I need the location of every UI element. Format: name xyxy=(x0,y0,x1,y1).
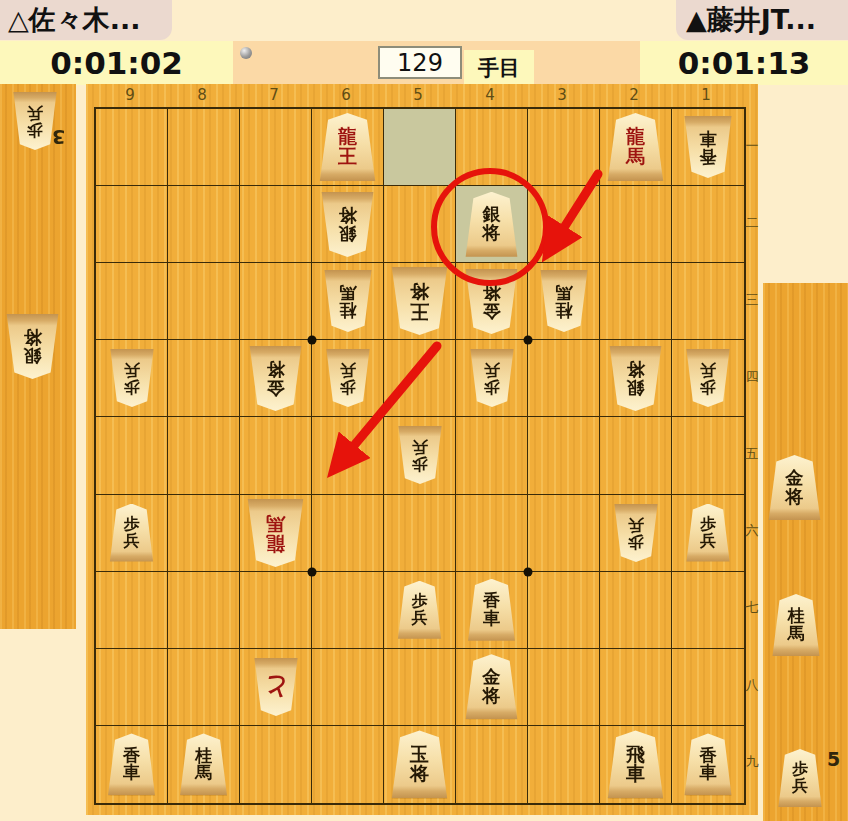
rank-label: 五 xyxy=(742,445,762,463)
file-labels: 987654321 xyxy=(94,86,742,106)
piece-kanji: 将 xyxy=(627,360,645,379)
gote-clock: 0:01:02 xyxy=(0,41,233,85)
board-cell-6-3[interactable]: 桂馬 xyxy=(312,263,384,340)
rank-label: 二 xyxy=(742,214,762,232)
board-cell-2-9[interactable]: 飛車 xyxy=(600,726,672,803)
file-label: 5 xyxy=(398,86,438,104)
board-cell-5-7[interactable]: 歩兵 xyxy=(384,572,456,649)
file-label: 8 xyxy=(182,86,222,104)
shogi-piece[interactable]: 飛車 xyxy=(606,730,665,798)
board-cell-8-6[interactable] xyxy=(168,495,240,572)
shogi-piece[interactable]: 桂馬 xyxy=(323,270,373,332)
board-cell-1-5[interactable] xyxy=(672,417,744,494)
piece-kanji: 将 xyxy=(267,360,285,379)
piece-kanji: 歩 xyxy=(700,378,716,395)
sente-nameplate[interactable]: ▲藤井JT... xyxy=(676,0,848,40)
piece-kanji: 車 xyxy=(123,764,140,782)
piece-kanji: 歩 xyxy=(124,378,140,395)
board-cell-4-1[interactable] xyxy=(456,109,528,186)
move-number-label: 手目 xyxy=(464,50,534,85)
piece-kanji: 車 xyxy=(700,764,717,782)
shogi-piece[interactable]: 歩兵 xyxy=(685,349,731,407)
file-label: 9 xyxy=(110,86,150,104)
piece-kanji: と xyxy=(263,674,289,700)
rank-label: 四 xyxy=(742,368,762,386)
star-point xyxy=(524,567,533,576)
board-cell-2-7[interactable] xyxy=(600,572,672,649)
piece-kanji: 金 xyxy=(483,301,501,320)
piece-kanji: 車 xyxy=(626,764,645,784)
piece-kanji: 香 xyxy=(700,147,717,165)
board-cell-7-4[interactable]: 金将 xyxy=(240,340,312,417)
board-cell-8-2[interactable] xyxy=(168,186,240,263)
board-cell-5-6[interactable] xyxy=(384,495,456,572)
board-cell-1-9[interactable]: 香車 xyxy=(672,726,744,803)
piece-kanji: 兵 xyxy=(27,104,43,121)
piece-kanji: 王 xyxy=(410,301,429,321)
board-cell-1-3[interactable] xyxy=(672,263,744,340)
board-cell-2-5[interactable] xyxy=(600,417,672,494)
board-cell-7-1[interactable] xyxy=(240,109,312,186)
board-cell-3-1[interactable] xyxy=(528,109,600,186)
rank-label: 六 xyxy=(742,522,762,540)
board-cell-4-6[interactable] xyxy=(456,495,528,572)
sente-clock: 0:01:13 xyxy=(640,41,848,85)
board-cell-8-7[interactable] xyxy=(168,572,240,649)
board-cell-4-2[interactable]: 銀将 xyxy=(456,186,528,263)
shogi-piece[interactable]: 歩兵 xyxy=(109,349,155,407)
board-cell-5-8[interactable] xyxy=(384,649,456,726)
star-point xyxy=(524,336,533,345)
board-cell-8-3[interactable] xyxy=(168,263,240,340)
board-cell-9-3[interactable] xyxy=(96,263,168,340)
piece-kanji: 金 xyxy=(786,469,804,488)
board-cell-2-1[interactable]: 龍馬 xyxy=(600,109,672,186)
rank-label: 八 xyxy=(742,676,762,694)
board-cell-1-6[interactable]: 歩兵 xyxy=(672,495,744,572)
piece-kanji: 兵 xyxy=(700,362,716,379)
board-cell-2-8[interactable] xyxy=(600,649,672,726)
turn-indicator-icon xyxy=(240,47,252,59)
shogi-board: 987654321 龍王龍馬香車銀将銀将桂馬王将金将桂馬歩兵金将歩兵歩兵銀将歩兵… xyxy=(86,84,758,815)
shogi-piece[interactable]: 銀将 xyxy=(608,346,663,411)
piece-kanji: 歩 xyxy=(27,121,43,138)
piece-kanji: 車 xyxy=(700,129,717,147)
file-label: 2 xyxy=(614,86,654,104)
board-cell-9-7[interactable] xyxy=(96,572,168,649)
rank-labels: 一二三四五六七八九 xyxy=(742,107,762,801)
piece-kanji: 金 xyxy=(267,378,285,397)
board-cell-3-6[interactable] xyxy=(528,495,600,572)
shogi-piece[interactable]: 銀将 xyxy=(464,192,519,257)
piece-kanji: 兵 xyxy=(124,362,140,379)
shogi-piece[interactable]: 金将 xyxy=(248,346,303,411)
piece-kanji: 馬 xyxy=(339,284,356,302)
shogi-piece[interactable]: 歩兵 xyxy=(109,504,155,562)
board-cell-3-5[interactable] xyxy=(528,417,600,494)
piece-kanji: 将 xyxy=(483,224,501,243)
shogi-piece[interactable]: 歩兵 xyxy=(325,349,371,407)
shogi-piece[interactable]: と xyxy=(253,658,299,716)
piece-kanji: 銀 xyxy=(627,378,645,397)
board-cell-9-6[interactable]: 歩兵 xyxy=(96,495,168,572)
board-cell-9-2[interactable] xyxy=(96,186,168,263)
piece-kanji: 馬 xyxy=(266,513,285,533)
board-cell-6-4[interactable]: 歩兵 xyxy=(312,340,384,417)
clock-strip: 0:01:02 129 手目 0:01:13 xyxy=(0,41,848,85)
piece-kanji: 兵 xyxy=(792,778,808,795)
board-cell-5-2[interactable] xyxy=(384,186,456,263)
file-label: 6 xyxy=(326,86,366,104)
piece-kanji: 将 xyxy=(410,764,429,784)
board-cell-1-1[interactable]: 香車 xyxy=(672,109,744,186)
board-cell-2-3[interactable] xyxy=(600,263,672,340)
board-cell-8-9[interactable]: 桂馬 xyxy=(168,726,240,803)
shogi-piece[interactable]: 玉将 xyxy=(390,730,449,798)
piece-kanji: 車 xyxy=(483,610,500,628)
shogi-app: △佐々木... ▲藤井JT... 0:01:02 129 手目 0:01:13 … xyxy=(0,0,848,821)
board-cell-6-7[interactable] xyxy=(312,572,384,649)
star-point xyxy=(308,567,317,576)
shogi-piece[interactable]: 歩兵 xyxy=(613,504,659,562)
hand-piece[interactable]: 金将 xyxy=(767,455,822,520)
shogi-piece[interactable]: 香車 xyxy=(467,579,517,641)
piece-kanji: 桂 xyxy=(555,301,572,319)
piece-kanji: 馬 xyxy=(195,764,212,782)
gote-name: △佐々木... xyxy=(8,2,141,38)
board-cell-9-5[interactable] xyxy=(96,417,168,494)
hand-piece-count: 5 xyxy=(827,748,840,770)
board-cell-2-2[interactable] xyxy=(600,186,672,263)
piece-kanji: 兵 xyxy=(700,533,716,550)
board-cell-6-8[interactable] xyxy=(312,649,384,726)
hand-piece[interactable]: 銀将 xyxy=(5,314,60,379)
board-cell-9-8[interactable] xyxy=(96,649,168,726)
board-cell-2-6[interactable]: 歩兵 xyxy=(600,495,672,572)
shogi-piece[interactable]: 桂馬 xyxy=(539,270,589,332)
move-number-box[interactable]: 129 xyxy=(378,46,462,79)
board-cell-3-7[interactable] xyxy=(528,572,600,649)
shogi-piece[interactable]: 歩兵 xyxy=(469,349,515,407)
board-cell-7-2[interactable] xyxy=(240,186,312,263)
board-cell-7-5[interactable] xyxy=(240,417,312,494)
shogi-piece[interactable]: 龍王 xyxy=(318,113,377,181)
shogi-piece[interactable]: 香車 xyxy=(683,116,733,178)
board-cell-3-4[interactable] xyxy=(528,340,600,417)
file-label: 1 xyxy=(686,86,726,104)
board-cell-6-2[interactable]: 銀将 xyxy=(312,186,384,263)
board-cell-6-9[interactable] xyxy=(312,726,384,803)
piece-kanji: 歩 xyxy=(484,378,500,395)
board-cell-2-4[interactable]: 銀将 xyxy=(600,340,672,417)
shogi-piece[interactable]: 香車 xyxy=(683,733,733,795)
shogi-piece[interactable]: 歩兵 xyxy=(397,426,443,484)
board-cell-7-9[interactable] xyxy=(240,726,312,803)
piece-kanji: 将 xyxy=(339,205,357,224)
board-cell-3-8[interactable] xyxy=(528,649,600,726)
board-cell-9-9[interactable]: 香車 xyxy=(96,726,168,803)
piece-kanji: 将 xyxy=(483,283,501,302)
board-cell-5-4[interactable] xyxy=(384,340,456,417)
shogi-piece[interactable]: 金将 xyxy=(464,269,519,334)
board-cell-6-5[interactable] xyxy=(312,417,384,494)
board-cell-8-4[interactable] xyxy=(168,340,240,417)
gote-nameplate[interactable]: △佐々木... xyxy=(0,0,172,40)
piece-kanji: 龍 xyxy=(266,533,285,553)
piece-kanji: 兵 xyxy=(484,362,500,379)
board-cell-5-9[interactable]: 玉将 xyxy=(384,726,456,803)
board-cell-5-3[interactable]: 王将 xyxy=(384,263,456,340)
piece-kanji: 歩 xyxy=(340,378,356,395)
shogi-piece[interactable]: 王将 xyxy=(390,267,449,335)
file-label: 7 xyxy=(254,86,294,104)
rank-label: 九 xyxy=(742,753,762,771)
shogi-piece[interactable]: 銀将 xyxy=(320,192,375,257)
piece-kanji: 馬 xyxy=(555,284,572,302)
board-cell-9-1[interactable] xyxy=(96,109,168,186)
piece-kanji: 将 xyxy=(410,282,429,302)
board-cell-4-7[interactable]: 香車 xyxy=(456,572,528,649)
piece-kanji: 将 xyxy=(24,328,42,347)
hand-piece[interactable]: 桂馬 xyxy=(771,594,821,656)
board-cell-5-5[interactable]: 歩兵 xyxy=(384,417,456,494)
hand-piece-count: 3 xyxy=(52,126,65,148)
board-cell-6-1[interactable]: 龍王 xyxy=(312,109,384,186)
board-cell-5-1[interactable] xyxy=(384,109,456,186)
piece-kanji: 将 xyxy=(483,687,501,706)
shogi-piece[interactable]: 桂馬 xyxy=(179,733,229,795)
piece-kanji: 歩 xyxy=(628,533,644,550)
board-cell-1-7[interactable] xyxy=(672,572,744,649)
piece-kanji: 将 xyxy=(786,488,804,507)
sente-captured-tray: 金将桂馬歩兵5 xyxy=(763,283,848,821)
file-label: 4 xyxy=(470,86,510,104)
board-cell-3-9[interactable] xyxy=(528,726,600,803)
rank-label: 七 xyxy=(742,599,762,617)
piece-kanji: 銀 xyxy=(24,347,42,366)
shogi-piece[interactable]: 歩兵 xyxy=(685,504,731,562)
file-label: 3 xyxy=(542,86,582,104)
board-cell-4-5[interactable] xyxy=(456,417,528,494)
board-grid: 龍王龍馬香車銀将銀将桂馬王将金将桂馬歩兵金将歩兵歩兵銀将歩兵歩兵歩兵龍馬歩兵歩兵… xyxy=(94,107,746,805)
piece-kanji: 兵 xyxy=(412,610,428,627)
sente-name: ▲藤井JT... xyxy=(686,2,816,38)
hand-piece[interactable]: 歩兵 xyxy=(777,749,823,807)
board-cell-3-3[interactable]: 桂馬 xyxy=(528,263,600,340)
shogi-piece[interactable]: 歩兵 xyxy=(397,581,443,639)
rank-label: 一 xyxy=(742,137,762,155)
piece-kanji: 桂 xyxy=(339,301,356,319)
board-cell-1-8[interactable] xyxy=(672,649,744,726)
piece-kanji: 王 xyxy=(338,147,357,167)
board-cell-8-5[interactable] xyxy=(168,417,240,494)
board-cell-3-2[interactable] xyxy=(528,186,600,263)
shogi-piece[interactable]: 龍馬 xyxy=(246,499,305,567)
piece-kanji: 歩 xyxy=(412,455,428,472)
board-cell-4-9[interactable] xyxy=(456,726,528,803)
board-cell-1-4[interactable]: 歩兵 xyxy=(672,340,744,417)
piece-kanji: 兵 xyxy=(628,516,644,533)
piece-kanji: 金 xyxy=(483,668,501,687)
board-cell-1-2[interactable] xyxy=(672,186,744,263)
piece-kanji: 馬 xyxy=(788,625,805,643)
board-cell-4-8[interactable]: 金将 xyxy=(456,649,528,726)
board-cell-7-6[interactable]: 龍馬 xyxy=(240,495,312,572)
piece-kanji: 銀 xyxy=(339,224,357,243)
rank-label: 三 xyxy=(742,291,762,309)
piece-kanji: 兵 xyxy=(124,533,140,550)
board-cell-6-6[interactable] xyxy=(312,495,384,572)
board-cell-8-1[interactable] xyxy=(168,109,240,186)
board-cell-4-3[interactable]: 金将 xyxy=(456,263,528,340)
star-point xyxy=(308,336,317,345)
piece-kanji: 馬 xyxy=(626,147,645,167)
piece-kanji: 兵 xyxy=(340,362,356,379)
gote-captured-tray: 歩兵3銀将 xyxy=(0,84,76,629)
board-cell-9-4[interactable]: 歩兵 xyxy=(96,340,168,417)
board-cell-7-7[interactable] xyxy=(240,572,312,649)
board-cell-4-4[interactable]: 歩兵 xyxy=(456,340,528,417)
board-cell-8-8[interactable] xyxy=(168,649,240,726)
piece-kanji: 兵 xyxy=(412,439,428,456)
board-cell-7-8[interactable]: と xyxy=(240,649,312,726)
shogi-piece[interactable]: 龍馬 xyxy=(606,113,665,181)
shogi-piece[interactable]: 金将 xyxy=(464,654,519,719)
board-cell-7-3[interactable] xyxy=(240,263,312,340)
shogi-piece[interactable]: 香車 xyxy=(107,733,157,795)
